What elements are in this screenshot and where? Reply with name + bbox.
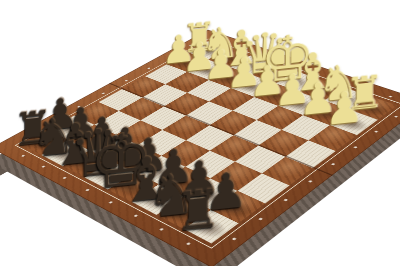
frame-marking-dot (187, 242, 192, 245)
frame-marking-dot (245, 48, 249, 50)
frame-marking-dot (134, 214, 139, 217)
frame-marking-dot (258, 217, 263, 220)
frame-marking-dot (224, 41, 228, 43)
frame-marking-dot (189, 44, 193, 46)
frame-marking-dot (159, 228, 164, 231)
frame-marking-dot (289, 62, 293, 64)
frame-marking-dot (77, 105, 81, 107)
chess-board: ♜♞♝♛♚♝♞♜♟♟♟♟♟♟♟♟♟♟♟♟♟♟♟♟♜♞♝♛♚♝♞♜ (22, 41, 398, 243)
frame-marking-dot (21, 154, 25, 156)
board-squares: ♜♞♝♛♚♝♞♜♟♟♟♟♟♟♟♟♟♟♟♟♟♟♟♟♜♞♝♛♚♝♞♜ (22, 41, 398, 243)
frame-marking-dot (283, 198, 288, 201)
frame-marking-dot (86, 188, 91, 191)
frame-marking-dot (101, 92, 105, 94)
frame-marking-dot (52, 119, 56, 121)
frame-marking-dot (25, 134, 29, 136)
frame-marking-dot (337, 78, 341, 80)
frame-marking-dot (389, 95, 393, 97)
frame-marking-dot (124, 80, 128, 82)
frame-marking-dot (331, 163, 336, 166)
frame-marking-dot (374, 130, 378, 132)
frame-marking-dot (231, 237, 236, 240)
frame-marking-dot (147, 67, 151, 69)
frame-marking-dot (42, 165, 46, 167)
chess-set-photo: ♜♞♝♛♚♝♞♜♟♟♟♟♟♟♟♟♟♟♟♟♟♟♟♟♜♞♝♛♚♝♞♜ (0, 0, 400, 266)
frame-marking-dot (307, 180, 312, 183)
frame-marking-dot (313, 70, 317, 72)
frame-marking-dot (168, 56, 172, 58)
board-perspective-wrapper: ♜♞♝♛♚♝♞♜♟♟♟♟♟♟♟♟♟♟♟♟♟♟♟♟♜♞♝♛♚♝♞♜ (1, 0, 399, 266)
frame-marking-dot (362, 87, 366, 89)
frame-marking-dot (353, 146, 357, 148)
frame-marking-dot (63, 176, 67, 179)
frame-marking-dot (394, 115, 398, 117)
frame-marking-dot (267, 55, 271, 57)
frame-marking-dot (109, 201, 114, 204)
